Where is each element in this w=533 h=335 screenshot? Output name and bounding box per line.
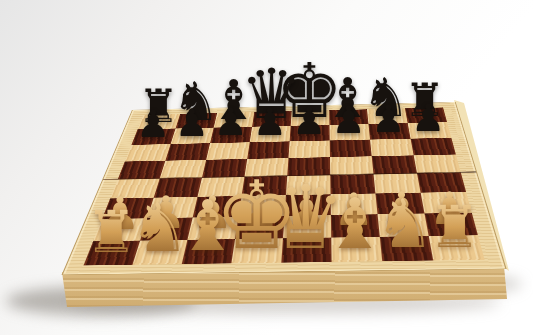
square-d3 — [238, 195, 285, 217]
square-e1 — [281, 238, 331, 263]
square-f6 — [330, 140, 372, 158]
board-squares-grid — [84, 107, 485, 265]
square-e2 — [283, 215, 331, 238]
square-b7 — [171, 128, 214, 144]
square-c5 — [202, 159, 247, 178]
square-a8 — [138, 114, 181, 129]
square-a6 — [125, 144, 171, 161]
square-c8 — [214, 112, 255, 127]
square-c2 — [187, 217, 238, 240]
square-e6 — [288, 140, 329, 158]
square-f1 — [331, 237, 382, 262]
square-e4 — [286, 175, 331, 195]
square-c1 — [182, 239, 235, 264]
square-a5 — [118, 161, 166, 180]
chess-set-photo: ♜♞♝♛♚♝♞♜♟♟♟♟♟♟♟♟♟♟♟♟♟♟♟♟♜♞♝♚♛♝♞♜ — [0, 0, 533, 335]
square-h4 — [417, 172, 466, 192]
square-b8 — [176, 113, 218, 128]
square-a7 — [131, 128, 175, 144]
square-f8 — [329, 109, 368, 125]
square-h6 — [411, 138, 456, 156]
square-a1 — [84, 241, 141, 266]
square-b5 — [160, 160, 206, 179]
square-h5 — [414, 154, 461, 173]
square-c7 — [210, 127, 252, 143]
square-g1 — [380, 236, 433, 261]
square-b3 — [147, 197, 197, 218]
square-g2 — [378, 213, 429, 236]
square-b6 — [165, 143, 210, 161]
square-a3 — [102, 198, 154, 219]
square-h3 — [421, 192, 472, 214]
square-f7 — [329, 124, 370, 141]
square-g7 — [368, 123, 410, 140]
square-d1 — [231, 238, 283, 263]
square-e3 — [285, 194, 331, 216]
square-b1 — [132, 240, 187, 265]
square-d7 — [250, 126, 291, 142]
square-h1 — [429, 235, 485, 260]
square-d6 — [247, 141, 289, 159]
square-e7 — [290, 125, 330, 141]
chess-board — [62, 102, 507, 275]
square-g6 — [370, 139, 414, 157]
square-f3 — [331, 193, 378, 215]
square-b2 — [140, 217, 193, 240]
square-f5 — [330, 156, 374, 175]
square-a2 — [93, 218, 147, 241]
square-g8 — [367, 108, 408, 124]
square-g5 — [372, 155, 417, 174]
square-g4 — [374, 173, 421, 193]
square-f4 — [330, 174, 375, 194]
square-f2 — [331, 214, 380, 237]
square-b4 — [154, 178, 202, 198]
square-c6 — [206, 142, 250, 160]
square-h7 — [408, 122, 452, 139]
square-h8 — [405, 107, 447, 123]
square-e8 — [291, 110, 330, 126]
square-d4 — [242, 176, 288, 196]
square-d8 — [252, 111, 292, 127]
square-e5 — [287, 157, 330, 176]
square-g3 — [375, 193, 424, 215]
square-c3 — [193, 196, 242, 217]
square-d5 — [244, 158, 288, 177]
square-c4 — [198, 177, 245, 197]
square-h2 — [424, 213, 477, 236]
square-d2 — [235, 216, 284, 239]
square-a4 — [110, 178, 160, 198]
